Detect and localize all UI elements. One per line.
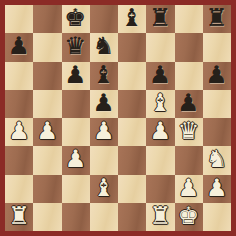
square-f1[interactable]: ♜ <box>146 203 174 231</box>
square-b5[interactable] <box>33 90 61 118</box>
piece-black-king[interactable]: ♚ <box>65 6 87 30</box>
square-d5[interactable]: ♟ <box>90 90 118 118</box>
square-c3[interactable]: ♟ <box>62 146 90 174</box>
square-f3[interactable] <box>146 146 174 174</box>
piece-white-pawn[interactable]: ♟ <box>8 119 30 143</box>
piece-black-bishop[interactable]: ♝ <box>93 63 115 87</box>
square-a1[interactable]: ♜ <box>5 203 33 231</box>
square-e7[interactable] <box>118 33 146 61</box>
piece-black-knight[interactable]: ♞ <box>93 34 115 58</box>
square-a6[interactable] <box>5 62 33 90</box>
square-c4[interactable] <box>62 118 90 146</box>
piece-white-queen[interactable]: ♛ <box>178 119 200 143</box>
piece-white-pawn[interactable]: ♟ <box>65 147 87 171</box>
piece-white-rook[interactable]: ♜ <box>150 204 172 228</box>
square-g3[interactable] <box>175 146 203 174</box>
square-g6[interactable] <box>175 62 203 90</box>
piece-white-pawn[interactable]: ♟ <box>93 119 115 143</box>
board-frame: ♚♝♜♜♟♛♞♟♝♟♟♟♝♟♟♟♟♟♛♟♞♝♟♟♜♜♚ <box>0 0 236 236</box>
square-d3[interactable] <box>90 146 118 174</box>
square-a8[interactable] <box>5 5 33 33</box>
square-d4[interactable]: ♟ <box>90 118 118 146</box>
piece-black-bishop[interactable]: ♝ <box>121 6 143 30</box>
piece-black-pawn[interactable]: ♟ <box>178 91 200 115</box>
piece-white-knight[interactable]: ♞ <box>206 147 228 171</box>
piece-black-pawn[interactable]: ♟ <box>150 63 172 87</box>
square-b1[interactable] <box>33 203 61 231</box>
square-a4[interactable]: ♟ <box>5 118 33 146</box>
piece-black-pawn[interactable]: ♟ <box>93 91 115 115</box>
square-b8[interactable] <box>33 5 61 33</box>
piece-black-pawn[interactable]: ♟ <box>8 34 30 58</box>
square-f6[interactable]: ♟ <box>146 62 174 90</box>
square-h2[interactable]: ♟ <box>203 175 231 203</box>
square-e2[interactable] <box>118 175 146 203</box>
piece-black-pawn[interactable]: ♟ <box>65 63 87 87</box>
piece-black-rook[interactable]: ♜ <box>150 6 172 30</box>
square-c7[interactable]: ♛ <box>62 33 90 61</box>
piece-white-king[interactable]: ♚ <box>178 204 200 228</box>
square-d8[interactable] <box>90 5 118 33</box>
piece-white-rook[interactable]: ♜ <box>8 204 30 228</box>
square-h7[interactable] <box>203 33 231 61</box>
square-c2[interactable] <box>62 175 90 203</box>
square-g8[interactable] <box>175 5 203 33</box>
square-e8[interactable]: ♝ <box>118 5 146 33</box>
square-b7[interactable] <box>33 33 61 61</box>
piece-white-pawn[interactable]: ♟ <box>37 119 59 143</box>
square-a3[interactable] <box>5 146 33 174</box>
piece-white-pawn[interactable]: ♟ <box>206 176 228 200</box>
square-d6[interactable]: ♝ <box>90 62 118 90</box>
square-d2[interactable]: ♝ <box>90 175 118 203</box>
square-g2[interactable]: ♟ <box>175 175 203 203</box>
square-f2[interactable] <box>146 175 174 203</box>
square-g7[interactable] <box>175 33 203 61</box>
piece-black-rook[interactable]: ♜ <box>206 6 228 30</box>
board: ♚♝♜♜♟♛♞♟♝♟♟♟♝♟♟♟♟♟♛♟♞♝♟♟♜♜♚ <box>5 5 231 231</box>
square-b2[interactable] <box>33 175 61 203</box>
square-c1[interactable] <box>62 203 90 231</box>
square-h4[interactable] <box>203 118 231 146</box>
square-e5[interactable] <box>118 90 146 118</box>
square-h1[interactable] <box>203 203 231 231</box>
square-b4[interactable]: ♟ <box>33 118 61 146</box>
square-f4[interactable]: ♟ <box>146 118 174 146</box>
piece-white-pawn[interactable]: ♟ <box>178 176 200 200</box>
square-c8[interactable]: ♚ <box>62 5 90 33</box>
square-f8[interactable]: ♜ <box>146 5 174 33</box>
square-g4[interactable]: ♛ <box>175 118 203 146</box>
square-a2[interactable] <box>5 175 33 203</box>
square-d1[interactable] <box>90 203 118 231</box>
square-a7[interactable]: ♟ <box>5 33 33 61</box>
square-c6[interactable]: ♟ <box>62 62 90 90</box>
square-h8[interactable]: ♜ <box>203 5 231 33</box>
square-e3[interactable] <box>118 146 146 174</box>
square-b6[interactable] <box>33 62 61 90</box>
square-d7[interactable]: ♞ <box>90 33 118 61</box>
square-a5[interactable] <box>5 90 33 118</box>
square-e1[interactable] <box>118 203 146 231</box>
square-h3[interactable]: ♞ <box>203 146 231 174</box>
piece-white-pawn[interactable]: ♟ <box>150 119 172 143</box>
piece-black-queen[interactable]: ♛ <box>65 34 87 58</box>
square-h5[interactable] <box>203 90 231 118</box>
square-e4[interactable] <box>118 118 146 146</box>
piece-white-bishop[interactable]: ♝ <box>150 91 172 115</box>
piece-white-bishop[interactable]: ♝ <box>93 176 115 200</box>
square-b3[interactable] <box>33 146 61 174</box>
square-c5[interactable] <box>62 90 90 118</box>
piece-black-pawn[interactable]: ♟ <box>206 63 228 87</box>
square-h6[interactable]: ♟ <box>203 62 231 90</box>
square-e6[interactable] <box>118 62 146 90</box>
square-g1[interactable]: ♚ <box>175 203 203 231</box>
square-g5[interactable]: ♟ <box>175 90 203 118</box>
square-f5[interactable]: ♝ <box>146 90 174 118</box>
square-f7[interactable] <box>146 33 174 61</box>
